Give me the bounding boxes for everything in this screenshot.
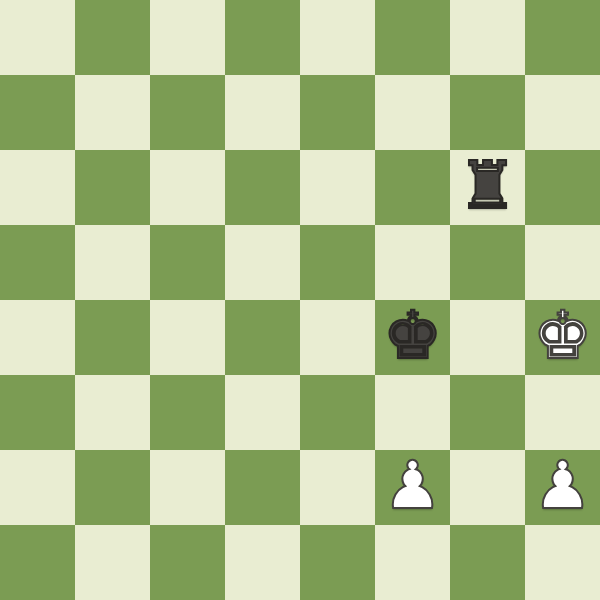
- square-f5[interactable]: [375, 225, 450, 300]
- square-d2[interactable]: [225, 450, 300, 525]
- black-king[interactable]: ♚: [383, 298, 442, 373]
- white-pawn[interactable]: ♟: [533, 448, 592, 523]
- square-b6[interactable]: [75, 150, 150, 225]
- square-a3[interactable]: [0, 375, 75, 450]
- square-d1[interactable]: [225, 525, 300, 600]
- square-b3[interactable]: [75, 375, 150, 450]
- square-g4[interactable]: [450, 300, 525, 375]
- square-h1[interactable]: [525, 525, 600, 600]
- square-c2[interactable]: [150, 450, 225, 525]
- square-b5[interactable]: [75, 225, 150, 300]
- square-g6[interactable]: ♜: [450, 150, 525, 225]
- square-f8[interactable]: [375, 0, 450, 75]
- square-e6[interactable]: [300, 150, 375, 225]
- square-c3[interactable]: [150, 375, 225, 450]
- square-h6[interactable]: [525, 150, 600, 225]
- square-g8[interactable]: [450, 0, 525, 75]
- square-b8[interactable]: [75, 0, 150, 75]
- square-g7[interactable]: [450, 75, 525, 150]
- square-a1[interactable]: [0, 525, 75, 600]
- white-king[interactable]: ♚: [533, 298, 592, 373]
- square-c1[interactable]: [150, 525, 225, 600]
- square-a4[interactable]: [0, 300, 75, 375]
- square-b7[interactable]: [75, 75, 150, 150]
- square-h5[interactable]: [525, 225, 600, 300]
- square-d5[interactable]: [225, 225, 300, 300]
- square-c7[interactable]: [150, 75, 225, 150]
- square-c5[interactable]: [150, 225, 225, 300]
- white-pawn[interactable]: ♟: [383, 448, 442, 523]
- square-f6[interactable]: [375, 150, 450, 225]
- square-f7[interactable]: [375, 75, 450, 150]
- square-h8[interactable]: [525, 0, 600, 75]
- square-h4[interactable]: ♚: [525, 300, 600, 375]
- square-b2[interactable]: [75, 450, 150, 525]
- square-b4[interactable]: [75, 300, 150, 375]
- square-h7[interactable]: [525, 75, 600, 150]
- square-g2[interactable]: [450, 450, 525, 525]
- square-a8[interactable]: [0, 0, 75, 75]
- square-d7[interactable]: [225, 75, 300, 150]
- square-e3[interactable]: [300, 375, 375, 450]
- square-c6[interactable]: [150, 150, 225, 225]
- square-h2[interactable]: ♟: [525, 450, 600, 525]
- square-b1[interactable]: [75, 525, 150, 600]
- square-c8[interactable]: [150, 0, 225, 75]
- square-h3[interactable]: [525, 375, 600, 450]
- square-e5[interactable]: [300, 225, 375, 300]
- square-a6[interactable]: [0, 150, 75, 225]
- square-a7[interactable]: [0, 75, 75, 150]
- square-g5[interactable]: [450, 225, 525, 300]
- square-e2[interactable]: [300, 450, 375, 525]
- square-c4[interactable]: [150, 300, 225, 375]
- square-f1[interactable]: [375, 525, 450, 600]
- chess-board: ♜♚♚♟♟: [0, 0, 600, 600]
- square-a5[interactable]: [0, 225, 75, 300]
- square-e1[interactable]: [300, 525, 375, 600]
- square-d6[interactable]: [225, 150, 300, 225]
- black-rook[interactable]: ♜: [458, 148, 517, 223]
- square-g1[interactable]: [450, 525, 525, 600]
- square-d3[interactable]: [225, 375, 300, 450]
- square-d8[interactable]: [225, 0, 300, 75]
- square-f2[interactable]: ♟: [375, 450, 450, 525]
- square-f3[interactable]: [375, 375, 450, 450]
- square-g3[interactable]: [450, 375, 525, 450]
- square-d4[interactable]: [225, 300, 300, 375]
- square-e7[interactable]: [300, 75, 375, 150]
- square-e4[interactable]: [300, 300, 375, 375]
- square-a2[interactable]: [0, 450, 75, 525]
- square-e8[interactable]: [300, 0, 375, 75]
- square-f4[interactable]: ♚: [375, 300, 450, 375]
